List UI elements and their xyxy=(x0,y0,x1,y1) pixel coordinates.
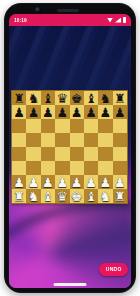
piece-black-queen[interactable]: ♛ xyxy=(56,92,68,105)
square-h4[interactable] xyxy=(113,147,127,161)
piece-white-pawn[interactable]: ♟ xyxy=(28,176,40,189)
square-d2[interactable]: ♟ xyxy=(55,175,69,189)
square-f2[interactable]: ♟ xyxy=(84,175,98,189)
square-c1[interactable]: ♝ xyxy=(41,189,55,203)
piece-white-rook[interactable]: ♜ xyxy=(13,190,25,203)
square-b1[interactable]: ♞ xyxy=(26,189,40,203)
piece-white-knight[interactable]: ♞ xyxy=(100,190,112,203)
clock-text: 10:19 xyxy=(14,17,27,22)
earpiece-speaker xyxy=(57,9,79,12)
piece-white-pawn[interactable]: ♟ xyxy=(100,176,112,189)
square-e4[interactable] xyxy=(70,147,84,161)
square-c5[interactable] xyxy=(41,133,55,147)
square-e6[interactable] xyxy=(70,119,84,133)
piece-white-pawn[interactable]: ♟ xyxy=(71,176,83,189)
battery-icon xyxy=(123,17,126,23)
front-camera-icon xyxy=(35,7,41,13)
cellular-signal-icon xyxy=(115,18,121,23)
piece-black-pawn[interactable]: ♟ xyxy=(42,106,54,119)
square-d6[interactable] xyxy=(55,119,69,133)
piece-white-bishop[interactable]: ♝ xyxy=(85,190,97,203)
square-f3[interactable] xyxy=(84,161,98,175)
square-f7[interactable]: ♟ xyxy=(84,105,98,119)
square-e8[interactable]: ♚ xyxy=(70,91,84,105)
square-d7[interactable]: ♟ xyxy=(55,105,69,119)
square-g7[interactable]: ♟ xyxy=(98,105,112,119)
square-b2[interactable]: ♟ xyxy=(26,175,40,189)
status-bar: 10:19 xyxy=(9,14,131,26)
square-a8[interactable]: ♜ xyxy=(12,91,26,105)
square-a1[interactable]: ♜ xyxy=(12,189,26,203)
undo-button[interactable]: UNDO xyxy=(99,263,128,276)
square-c6[interactable] xyxy=(41,119,55,133)
piece-black-rook[interactable]: ♜ xyxy=(114,92,126,105)
square-h6[interactable] xyxy=(113,119,127,133)
piece-black-pawn[interactable]: ♟ xyxy=(13,106,25,119)
square-d3[interactable] xyxy=(55,161,69,175)
piece-white-pawn[interactable]: ♟ xyxy=(56,176,68,189)
square-h1[interactable]: ♜ xyxy=(113,189,127,203)
square-a5[interactable] xyxy=(12,133,26,147)
piece-white-bishop[interactable]: ♝ xyxy=(42,190,54,203)
square-g1[interactable]: ♞ xyxy=(98,189,112,203)
piece-black-king[interactable]: ♚ xyxy=(71,92,83,105)
square-f5[interactable] xyxy=(84,133,98,147)
square-a3[interactable] xyxy=(12,161,26,175)
piece-white-pawn[interactable]: ♟ xyxy=(85,176,97,189)
piece-white-queen[interactable]: ♛ xyxy=(56,190,68,203)
piece-black-rook[interactable]: ♜ xyxy=(13,92,25,105)
square-b7[interactable]: ♟ xyxy=(26,105,40,119)
piece-black-pawn[interactable]: ♟ xyxy=(85,106,97,119)
piece-white-king[interactable]: ♚ xyxy=(71,190,83,203)
piece-white-pawn[interactable]: ♟ xyxy=(42,176,54,189)
piece-white-pawn[interactable]: ♟ xyxy=(114,176,126,189)
square-e2[interactable]: ♟ xyxy=(70,175,84,189)
square-b3[interactable] xyxy=(26,161,40,175)
square-d1[interactable]: ♛ xyxy=(55,189,69,203)
piece-black-bishop[interactable]: ♝ xyxy=(85,92,97,105)
square-g6[interactable] xyxy=(98,119,112,133)
piece-black-bishop[interactable]: ♝ xyxy=(42,92,54,105)
square-d5[interactable] xyxy=(55,133,69,147)
square-d8[interactable]: ♛ xyxy=(55,91,69,105)
square-h2[interactable]: ♟ xyxy=(113,175,127,189)
piece-white-pawn[interactable]: ♟ xyxy=(13,176,25,189)
square-f1[interactable]: ♝ xyxy=(84,189,98,203)
status-icons xyxy=(107,17,126,23)
square-h5[interactable] xyxy=(113,133,127,147)
square-c7[interactable]: ♟ xyxy=(41,105,55,119)
square-b4[interactable] xyxy=(26,147,40,161)
piece-black-pawn[interactable]: ♟ xyxy=(56,106,68,119)
undo-button-label: UNDO xyxy=(106,267,122,273)
square-f6[interactable] xyxy=(84,119,98,133)
square-a6[interactable] xyxy=(12,119,26,133)
wifi-icon xyxy=(107,18,113,23)
square-a7[interactable]: ♟ xyxy=(12,105,26,119)
piece-white-knight[interactable]: ♞ xyxy=(28,190,40,203)
piece-black-pawn[interactable]: ♟ xyxy=(114,106,126,119)
square-b6[interactable] xyxy=(26,119,40,133)
square-f8[interactable]: ♝ xyxy=(84,91,98,105)
square-h7[interactable]: ♟ xyxy=(113,105,127,119)
square-e5[interactable] xyxy=(70,133,84,147)
square-e1[interactable]: ♚ xyxy=(70,189,84,203)
square-h8[interactable]: ♜ xyxy=(113,91,127,105)
square-c4[interactable] xyxy=(41,147,55,161)
square-a4[interactable] xyxy=(12,147,26,161)
square-c2[interactable]: ♟ xyxy=(41,175,55,189)
square-g3[interactable] xyxy=(98,161,112,175)
piece-black-knight[interactable]: ♞ xyxy=(28,92,40,105)
piece-black-knight[interactable]: ♞ xyxy=(100,92,112,105)
phone-screen: 10:19 ♜♞♝♛♚♝♞♜♟♟♟♟♟♟♟♟♟♟♟♟♟♟♟♟♜♞♝♛♚♝♞♜ U… xyxy=(9,14,131,288)
square-e3[interactable] xyxy=(70,161,84,175)
square-c8[interactable]: ♝ xyxy=(41,91,55,105)
square-g8[interactable]: ♞ xyxy=(98,91,112,105)
piece-white-rook[interactable]: ♜ xyxy=(114,190,126,203)
chess-board[interactable]: ♜♞♝♛♚♝♞♜♟♟♟♟♟♟♟♟♟♟♟♟♟♟♟♟♜♞♝♛♚♝♞♜ xyxy=(11,90,128,204)
square-f4[interactable] xyxy=(84,147,98,161)
square-g2[interactable]: ♟ xyxy=(98,175,112,189)
piece-black-pawn[interactable]: ♟ xyxy=(100,106,112,119)
square-b8[interactable]: ♞ xyxy=(26,91,40,105)
square-b5[interactable] xyxy=(26,133,40,147)
square-g5[interactable] xyxy=(98,133,112,147)
piece-black-pawn[interactable]: ♟ xyxy=(28,106,40,119)
phone-frame: 10:19 ♜♞♝♛♚♝♞♜♟♟♟♟♟♟♟♟♟♟♟♟♟♟♟♟♜♞♝♛♚♝♞♜ U… xyxy=(4,3,136,293)
square-h3[interactable] xyxy=(113,161,127,175)
piece-black-pawn[interactable]: ♟ xyxy=(71,106,83,119)
square-d4[interactable] xyxy=(55,147,69,161)
square-e7[interactable]: ♟ xyxy=(70,105,84,119)
home-indicator[interactable] xyxy=(54,283,87,286)
square-g4[interactable] xyxy=(98,147,112,161)
square-a2[interactable]: ♟ xyxy=(12,175,26,189)
square-c3[interactable] xyxy=(41,161,55,175)
